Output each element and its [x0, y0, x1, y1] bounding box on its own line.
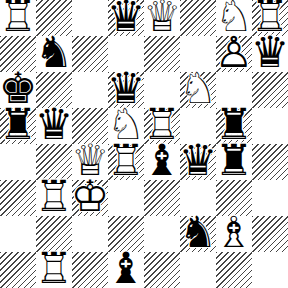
- square-h7[interactable]: ♛: [252, 36, 288, 72]
- black-rook: ♜: [0, 106, 36, 142]
- white-queen-fill: ♛: [72, 142, 108, 178]
- square-b1[interactable]: ♜♖: [36, 252, 72, 288]
- black-knight: ♞: [36, 34, 72, 70]
- square-d8[interactable]: ♛: [108, 0, 144, 36]
- square-h6[interactable]: [252, 72, 288, 108]
- black-king: ♚: [0, 70, 36, 106]
- black-bishop: ♝: [108, 250, 144, 286]
- square-f7[interactable]: [180, 36, 216, 72]
- white-rook-fill: ♜: [0, 0, 36, 34]
- square-b2[interactable]: [36, 216, 72, 252]
- square-d6[interactable]: ♛: [108, 72, 144, 108]
- white-rook: ♖: [108, 142, 144, 178]
- square-h2[interactable]: [252, 216, 288, 252]
- square-a2[interactable]: [0, 216, 36, 252]
- white-rook-fill: ♜: [252, 0, 288, 34]
- square-a6[interactable]: ♚: [0, 72, 36, 108]
- square-h3[interactable]: [252, 180, 288, 216]
- square-f2[interactable]: ♞: [180, 216, 216, 252]
- black-rook: ♜: [216, 106, 252, 142]
- square-a8[interactable]: ♜♖: [0, 0, 36, 36]
- white-pawn-fill: ♟: [216, 34, 252, 70]
- white-knight: ♘: [108, 106, 144, 142]
- square-h1[interactable]: [252, 252, 288, 288]
- white-queen-fill: ♛: [144, 0, 180, 34]
- square-b4[interactable]: [36, 144, 72, 180]
- square-f5[interactable]: [180, 108, 216, 144]
- square-d7[interactable]: [108, 36, 144, 72]
- square-g3[interactable]: [216, 180, 252, 216]
- white-knight: ♘: [216, 0, 252, 34]
- white-rook: ♖: [252, 0, 288, 34]
- square-a4[interactable]: [0, 144, 36, 180]
- square-c6[interactable]: [72, 72, 108, 108]
- square-f3[interactable]: [180, 180, 216, 216]
- square-g4[interactable]: ♜: [216, 144, 252, 180]
- square-e2[interactable]: [144, 216, 180, 252]
- white-knight-fill: ♞: [108, 106, 144, 142]
- square-c4[interactable]: ♛♕: [72, 144, 108, 180]
- square-b5[interactable]: ♛: [36, 108, 72, 144]
- square-e7[interactable]: [144, 36, 180, 72]
- black-queen: ♛: [252, 34, 288, 70]
- square-a5[interactable]: ♜: [0, 108, 36, 144]
- black-queen: ♛: [108, 70, 144, 106]
- white-rook-fill: ♜: [108, 142, 144, 178]
- square-d1[interactable]: ♝: [108, 252, 144, 288]
- white-knight: ♘: [180, 70, 216, 106]
- white-knight-fill: ♞: [216, 0, 252, 34]
- black-bishop: ♝: [144, 142, 180, 178]
- square-c8[interactable]: [72, 0, 108, 36]
- square-e3[interactable]: [144, 180, 180, 216]
- white-rook-fill: ♜: [36, 178, 72, 214]
- square-a7[interactable]: [0, 36, 36, 72]
- square-b8[interactable]: [36, 0, 72, 36]
- square-h8[interactable]: ♜♖: [252, 0, 288, 36]
- square-c3[interactable]: ♚♔: [72, 180, 108, 216]
- square-b6[interactable]: [36, 72, 72, 108]
- square-b7[interactable]: ♞: [36, 36, 72, 72]
- square-d3[interactable]: [108, 180, 144, 216]
- white-rook-fill: ♜: [144, 106, 180, 142]
- white-pawn: ♙: [216, 34, 252, 70]
- black-rook: ♜: [216, 142, 252, 178]
- black-queen: ♛: [36, 106, 72, 142]
- square-e6[interactable]: [144, 72, 180, 108]
- white-queen: ♕: [144, 0, 180, 34]
- square-g5[interactable]: ♜: [216, 108, 252, 144]
- square-d5[interactable]: ♞♘: [108, 108, 144, 144]
- square-g8[interactable]: ♞♘: [216, 0, 252, 36]
- square-c5[interactable]: [72, 108, 108, 144]
- square-f1[interactable]: [180, 252, 216, 288]
- white-king-fill: ♚: [72, 178, 108, 214]
- square-f6[interactable]: ♞♘: [180, 72, 216, 108]
- square-d4[interactable]: ♜♖: [108, 144, 144, 180]
- square-h4[interactable]: [252, 144, 288, 180]
- square-b3[interactable]: ♜♖: [36, 180, 72, 216]
- square-a3[interactable]: [0, 180, 36, 216]
- square-f8[interactable]: [180, 0, 216, 36]
- black-queen: ♛: [180, 142, 216, 178]
- white-bishop: ♗: [216, 214, 252, 250]
- chess-board: ♜♖♛♛♕♞♘♜♖♞♟♙♛♚♛♞♘♜♛♞♘♜♖♜♛♕♜♖♝♛♜♜♖♚♔♞♝♗♜♖…: [0, 0, 288, 288]
- white-bishop-fill: ♝: [216, 214, 252, 250]
- white-rook: ♖: [0, 0, 36, 34]
- square-e5[interactable]: ♜♖: [144, 108, 180, 144]
- square-d2[interactable]: [108, 216, 144, 252]
- square-e1[interactable]: [144, 252, 180, 288]
- white-rook: ♖: [36, 250, 72, 286]
- white-rook-fill: ♜: [36, 250, 72, 286]
- white-queen: ♕: [72, 142, 108, 178]
- black-queen: ♛: [108, 0, 144, 34]
- black-knight: ♞: [180, 214, 216, 250]
- square-e4[interactable]: ♝: [144, 144, 180, 180]
- white-rook: ♖: [144, 106, 180, 142]
- square-f4[interactable]: ♛: [180, 144, 216, 180]
- square-e8[interactable]: ♛♕: [144, 0, 180, 36]
- square-c1[interactable]: [72, 252, 108, 288]
- white-knight-fill: ♞: [180, 70, 216, 106]
- square-c7[interactable]: [72, 36, 108, 72]
- square-g6[interactable]: [216, 72, 252, 108]
- square-a1[interactable]: [0, 252, 36, 288]
- square-c2[interactable]: [72, 216, 108, 252]
- white-king: ♔: [72, 178, 108, 214]
- square-g7[interactable]: ♟♙: [216, 36, 252, 72]
- square-g2[interactable]: ♝♗: [216, 216, 252, 252]
- square-g1[interactable]: [216, 252, 252, 288]
- white-rook: ♖: [36, 178, 72, 214]
- square-h5[interactable]: [252, 108, 288, 144]
